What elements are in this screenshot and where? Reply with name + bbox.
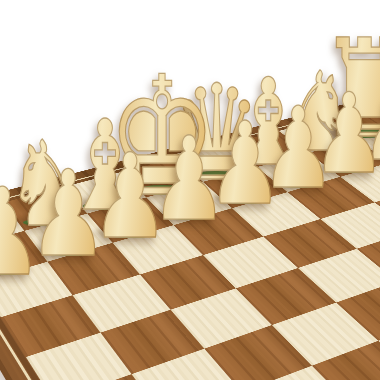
white-bishop-f1: ♝ bbox=[0, 0, 380, 380]
white-pawn-a2: ♟ bbox=[0, 0, 380, 380]
piece-shadow bbox=[0, 264, 33, 276]
green-felt-base bbox=[247, 157, 289, 165]
white-knight-glyph: ♞ bbox=[0, 126, 132, 244]
white-pawn-glyph: ♟ bbox=[161, 107, 330, 221]
piece-shadow bbox=[106, 180, 204, 197]
piece-shadow bbox=[227, 153, 298, 165]
white-bishop-glyph: ♝ bbox=[12, 104, 197, 229]
white-knight-b1: ♞ bbox=[0, 0, 380, 380]
green-felt-base bbox=[344, 129, 380, 138]
white-pawn-f2: ♟ bbox=[0, 0, 380, 380]
green-felt-base bbox=[44, 248, 92, 255]
white-pawn-b2: ♟ bbox=[0, 0, 380, 380]
piece-shadow bbox=[5, 215, 75, 227]
piece-shadow bbox=[90, 227, 159, 239]
white-bishop-c1: ♝ bbox=[0, 0, 380, 380]
piece-shadow bbox=[206, 193, 273, 205]
green-felt-base bbox=[107, 230, 154, 237]
white-pawn-c2: ♟ bbox=[0, 0, 380, 380]
piece-shadow bbox=[280, 140, 345, 151]
white-knight-g1: ♞ bbox=[0, 0, 380, 380]
white-pawn-e2: ♟ bbox=[0, 0, 380, 380]
green-felt-base bbox=[297, 143, 338, 150]
white-pawn-glyph: ♟ bbox=[215, 93, 380, 205]
white-pawn-h2: ♟ bbox=[0, 0, 380, 380]
white-pawn-glyph: ♟ bbox=[0, 173, 92, 293]
green-felt-base bbox=[166, 213, 212, 220]
white-pawn-glyph: ♟ bbox=[43, 138, 216, 255]
white-pawn-d2: ♟ bbox=[0, 0, 380, 380]
white-queen-glyph: ♛ bbox=[118, 67, 314, 199]
green-felt-base bbox=[83, 202, 127, 210]
green-felt-base bbox=[327, 166, 371, 173]
piece-shadow bbox=[360, 149, 380, 160]
green-felt-base bbox=[194, 171, 238, 179]
white-pawn-g2: ♟ bbox=[0, 0, 380, 380]
green-felt-base bbox=[139, 185, 185, 195]
piece-shadow bbox=[260, 178, 326, 190]
piece-shadow bbox=[28, 245, 98, 257]
white-queen-d1: ♛ bbox=[0, 0, 380, 380]
white-bishop-glyph: ♝ bbox=[179, 62, 357, 182]
green-felt-base bbox=[375, 152, 380, 159]
green-felt-base bbox=[0, 268, 27, 276]
white-king-glyph: ♚ bbox=[40, 56, 285, 221]
pieces-layer: ♜♞♝♛♚♝♞♟♟♟♟♟♟♟♟ bbox=[0, 0, 380, 380]
green-felt-base bbox=[23, 219, 67, 226]
chess-photo-scene: ♜♞♝♛♚♝♞♟♟♟♟♟♟♟♟ bbox=[0, 0, 380, 380]
white-knight-glyph: ♞ bbox=[236, 57, 380, 167]
piece-shadow bbox=[150, 210, 218, 222]
piece-shadow bbox=[62, 198, 136, 211]
white-rook-a1: ♜ bbox=[0, 0, 380, 380]
piece-shadow bbox=[319, 126, 380, 140]
piece-shadow bbox=[171, 167, 250, 181]
white-pawn-glyph: ♟ bbox=[267, 79, 380, 190]
green-felt-base bbox=[276, 181, 321, 188]
white-pawn-glyph: ♟ bbox=[0, 155, 156, 274]
white-rook-glyph: ♜ bbox=[264, 23, 380, 159]
white-pawn-glyph: ♟ bbox=[316, 67, 380, 176]
white-king-e1: ♚ bbox=[0, 0, 380, 380]
green-felt-base bbox=[222, 197, 268, 204]
white-pawn-glyph: ♟ bbox=[104, 122, 275, 237]
piece-shadow bbox=[311, 163, 377, 174]
